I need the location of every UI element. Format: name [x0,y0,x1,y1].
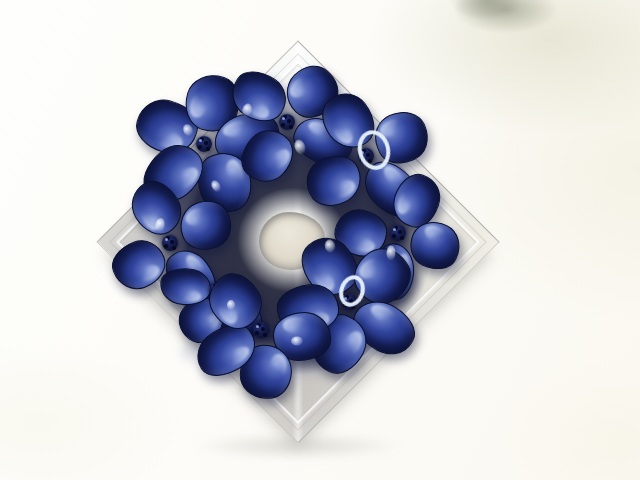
specular-dot-highlight [387,246,396,261]
specular-dot-highlight [227,300,235,310]
specular-dot-highlight [324,239,336,254]
specular-dot-highlight [293,138,308,156]
specular-dot-highlight [181,123,194,138]
glaze-highlights [0,0,640,480]
specular-dot-highlight [154,217,165,232]
specular-dot-highlight [210,179,223,193]
specular-dot-highlight [291,337,303,346]
specular-ring-highlight [335,272,369,310]
specular-dot-highlight [241,103,253,118]
specular-ring-highlight [354,127,395,174]
photo-stage [0,0,640,480]
